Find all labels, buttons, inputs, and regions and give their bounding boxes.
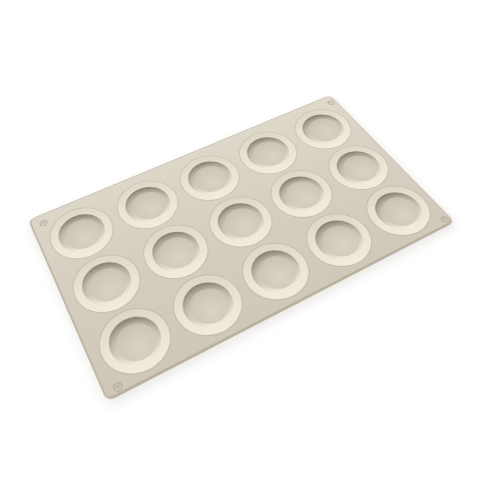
cavity-bowl [210,197,272,247]
cavity-bowl [75,255,139,313]
cavity-floor [251,251,304,296]
cavity-floor [336,151,384,186]
cavity-bowl [174,274,242,335]
cavity-floor [314,221,366,263]
cavity-bowl [271,170,333,217]
cavity-floor [126,187,172,225]
cavity-bowl [366,186,431,235]
white-backdrop [0,0,480,480]
cavity-floor [217,203,266,243]
cavity-floor [152,232,202,274]
cavity-bowl [239,132,296,174]
cavity-bowl [306,213,372,266]
corner-hole [38,219,48,228]
cavity-floor [278,177,327,214]
cavity-bowl [242,243,309,299]
silicone-baking-mold [28,95,455,402]
cavity-bowl [118,181,177,229]
cavity-floor [246,137,291,170]
cavity-floor [182,283,236,331]
cavity-floor [83,262,133,308]
cavity-floor [109,317,163,369]
cavity-bowl [328,145,389,189]
cavity-bowl [295,109,352,148]
corner-hole [326,100,336,106]
cavity-floor [374,193,426,232]
cavity-bowl [52,207,111,258]
cavity-bowl [101,308,170,374]
cavity-bowl [145,225,208,279]
cavity-floor [59,214,106,254]
cavity-floor [188,161,234,196]
corner-hole [111,381,123,394]
cavity-bowl [181,155,239,200]
cavity-floor [302,115,347,146]
corner-hole [438,215,450,224]
